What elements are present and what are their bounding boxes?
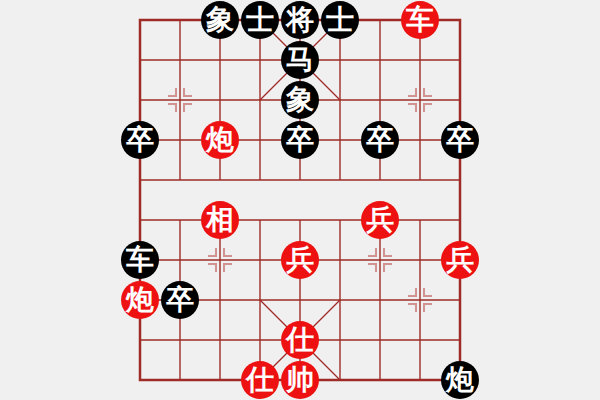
board-cell: 象 (280, 80, 320, 120)
board-cell: 车 (400, 0, 440, 40)
piece-red-advisor[interactable]: 仕 (281, 321, 319, 359)
board-cell: 卒 (440, 120, 480, 160)
piece-black-pawn[interactable]: 卒 (281, 121, 319, 159)
piece-red-chariot[interactable]: 车 (401, 1, 439, 39)
xiangqi-board[interactable]: 象士将士车马象卒炮卒卒卒相兵车兵兵炮卒仕仕帅炮 (120, 0, 480, 400)
xiangqi-screen: 象士将士车马象卒炮卒卒卒相兵车兵兵炮卒仕仕帅炮 (0, 0, 600, 400)
board-cell: 象 (200, 0, 240, 40)
board-cell: 炮 (440, 360, 480, 400)
board-cell: 帅 (280, 360, 320, 400)
piece-red-pawn[interactable]: 兵 (281, 241, 319, 279)
board-cell: 炮 (120, 280, 160, 320)
piece-black-horse[interactable]: 马 (281, 41, 319, 79)
board-cell: 将 (280, 0, 320, 40)
board-cell: 士 (320, 0, 360, 40)
piece-black-cannon[interactable]: 炮 (441, 361, 479, 399)
piece-red-cannon[interactable]: 炮 (201, 121, 239, 159)
piece-black-advisor[interactable]: 士 (241, 1, 279, 39)
piece-red-cannon[interactable]: 炮 (121, 281, 159, 319)
board-cell: 卒 (360, 120, 400, 160)
piece-red-advisor[interactable]: 仕 (241, 361, 279, 399)
piece-black-pawn[interactable]: 卒 (161, 281, 199, 319)
board-cell: 士 (240, 0, 280, 40)
piece-black-pawn[interactable]: 卒 (361, 121, 399, 159)
piece-black-general[interactable]: 将 (281, 1, 319, 39)
board-cell: 相 (200, 200, 240, 240)
piece-red-pawn[interactable]: 兵 (441, 241, 479, 279)
board-cell: 仕 (240, 360, 280, 400)
board-cell: 兵 (280, 240, 320, 280)
board-cell: 炮 (200, 120, 240, 160)
piece-black-advisor[interactable]: 士 (321, 1, 359, 39)
piece-black-elephant[interactable]: 象 (201, 1, 239, 39)
piece-black-pawn[interactable]: 卒 (441, 121, 479, 159)
piece-black-elephant[interactable]: 象 (281, 81, 319, 119)
piece-black-pawn[interactable]: 卒 (121, 121, 159, 159)
board-cell: 兵 (360, 200, 400, 240)
board-cell: 卒 (160, 280, 200, 320)
board-cell: 卒 (120, 120, 160, 160)
piece-red-pawn[interactable]: 兵 (361, 201, 399, 239)
board-cell: 卒 (280, 120, 320, 160)
piece-red-general[interactable]: 帅 (281, 361, 319, 399)
piece-black-chariot[interactable]: 车 (121, 241, 159, 279)
board-cell: 兵 (440, 240, 480, 280)
board-cell: 车 (120, 240, 160, 280)
board-cell: 马 (280, 40, 320, 80)
piece-red-elephant[interactable]: 相 (201, 201, 239, 239)
board-cell: 仕 (280, 320, 320, 360)
